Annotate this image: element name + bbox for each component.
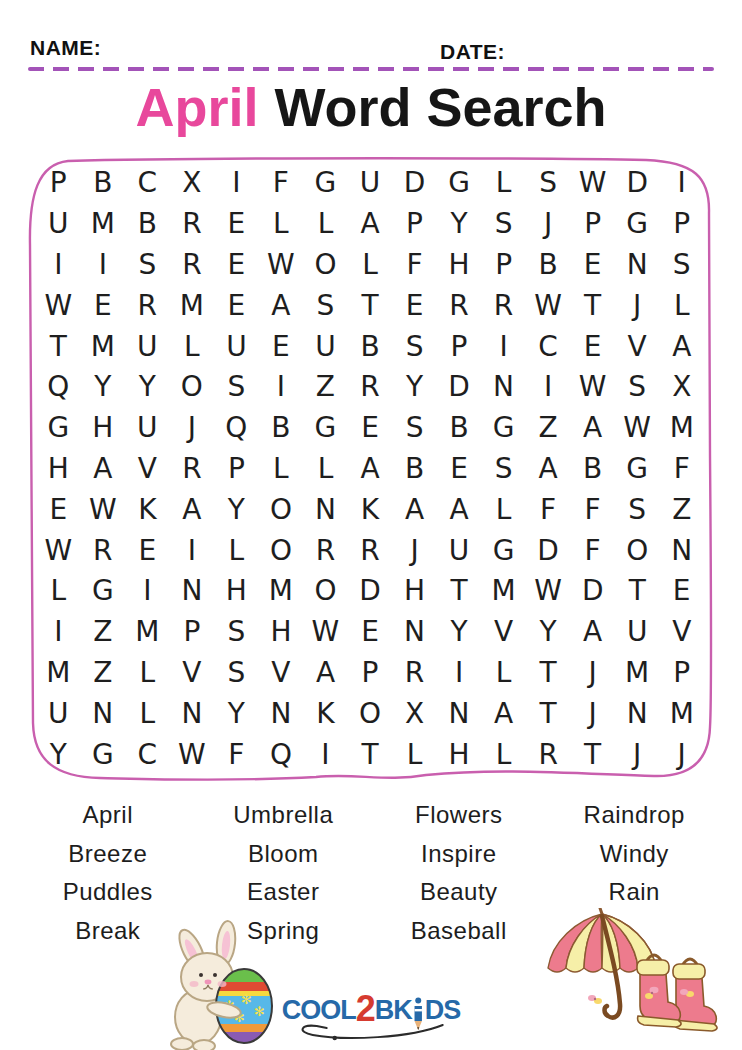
grid-cell-r12c2[interactable]: Z <box>81 612 126 653</box>
grid-cell-r9c15[interactable]: Z <box>659 489 704 530</box>
grid-cell-r4c3[interactable]: R <box>125 285 170 326</box>
grid-cell-r3c6[interactable]: W <box>259 245 304 286</box>
grid-cell-r12c11[interactable]: V <box>481 612 526 653</box>
grid-cell-r14c7[interactable]: K <box>303 693 348 734</box>
grid-cell-r9c10[interactable]: A <box>437 489 482 530</box>
grid-cell-r1c1[interactable]: P <box>36 163 81 204</box>
logo-ds: DS <box>425 997 461 1024</box>
grid-cell-r1c6[interactable]: F <box>259 163 304 204</box>
grid-cell-r12c3[interactable]: M <box>125 612 170 653</box>
grid-cell-r4c9[interactable]: E <box>392 285 437 326</box>
grid-cell-r3c7[interactable]: O <box>303 245 348 286</box>
grid-cell-r8c8[interactable]: A <box>348 449 393 490</box>
grid-cell-r2c10[interactable]: Y <box>437 204 482 245</box>
grid-cell-r2c15[interactable]: P <box>659 204 704 245</box>
grid-cell-r7c15[interactable]: M <box>659 408 704 449</box>
grid-cell-r1c7[interactable]: G <box>303 163 348 204</box>
grid-cell-r8c6[interactable]: L <box>259 449 304 490</box>
grid-cell-r8c10[interactable]: E <box>437 449 482 490</box>
brand-logo-text: COOL2BK DS <box>282 988 461 1024</box>
grid-cell-r14c4[interactable]: N <box>170 693 215 734</box>
grid-cell-r5c11[interactable]: I <box>481 326 526 367</box>
grid-cell-r6c13[interactable]: W <box>570 367 615 408</box>
grid-cell-r9c9[interactable]: A <box>392 489 437 530</box>
grid-cell-r12c7[interactable]: W <box>303 612 348 653</box>
grid-cell-r8c13[interactable]: B <box>570 449 615 490</box>
grid-cell-r6c5[interactable]: S <box>214 367 259 408</box>
grid-cell-r2c13[interactable]: P <box>570 204 615 245</box>
grid-cell-r2c14[interactable]: G <box>615 204 660 245</box>
word-easter[interactable]: Easter <box>196 873 372 912</box>
grid-cell-r10c14[interactable]: O <box>615 530 660 571</box>
grid-cell-r6c9[interactable]: Y <box>392 367 437 408</box>
word-beauty[interactable]: Beauty <box>371 873 547 912</box>
grid-cell-r6c12[interactable]: I <box>526 367 571 408</box>
grid-cell-r12c13[interactable]: A <box>570 612 615 653</box>
grid-cell-r13c10[interactable]: I <box>437 653 482 694</box>
grid-cell-r15c12[interactable]: R <box>526 734 571 775</box>
grid-cell-r1c10[interactable]: G <box>437 163 482 204</box>
grid-cell-r14c13[interactable]: J <box>570 693 615 734</box>
word-puddles[interactable]: Puddles <box>20 873 196 912</box>
grid-cell-r15c3[interactable]: C <box>125 734 170 775</box>
grid-cell-r11c8[interactable]: D <box>348 571 393 612</box>
grid-cell-r10c6[interactable]: O <box>259 530 304 571</box>
grid-cell-r5c3[interactable]: U <box>125 326 170 367</box>
grid-cell-r1c13[interactable]: W <box>570 163 615 204</box>
grid-cell-r3c12[interactable]: B <box>526 245 571 286</box>
grid-cell-r11c4[interactable]: N <box>170 571 215 612</box>
grid-cell-r6c14[interactable]: S <box>615 367 660 408</box>
grid-cell-r13c2[interactable]: Z <box>81 653 126 694</box>
grid-cell-r8c11[interactable]: S <box>481 449 526 490</box>
logo-bk: BK <box>375 997 412 1024</box>
word-search-grid: PBCXIFGUDGLSWDIUMBRELLAPYSJPGPIISREWOLFH… <box>36 163 704 775</box>
word-baseball[interactable]: Baseball <box>371 912 547 951</box>
grid-cell-r14c14[interactable]: N <box>615 693 660 734</box>
grid-cell-r4c4[interactable]: M <box>170 285 215 326</box>
dashed-separator <box>28 67 714 71</box>
easter-bunny-illustration: ✻✻ ✻✻ <box>146 920 288 1050</box>
grid-cell-r12c15[interactable]: V <box>659 612 704 653</box>
grid-cell-r3c4[interactable]: R <box>170 245 215 286</box>
grid-cell-r6c4[interactable]: O <box>170 367 215 408</box>
grid-cell-r13c1[interactable]: M <box>36 653 81 694</box>
grid-cell-r3c8[interactable]: L <box>348 245 393 286</box>
grid-cell-r5c1[interactable]: T <box>36 326 81 367</box>
grid-cell-r1c2[interactable]: B <box>81 163 126 204</box>
pencil-icon <box>413 997 424 1031</box>
grid-cell-r6c3[interactable]: Y <box>125 367 170 408</box>
grid-cell-r3c3[interactable]: S <box>125 245 170 286</box>
easter-bunny-icon: ✻✻ ✻✻ <box>146 920 288 1050</box>
grid-cell-r9c13[interactable]: F <box>570 489 615 530</box>
grid-cell-r6c11[interactable]: N <box>481 367 526 408</box>
grid-cell-r12c5[interactable]: S <box>214 612 259 653</box>
grid-cell-r1c14[interactable]: D <box>615 163 660 204</box>
grid-cell-r5c8[interactable]: B <box>348 326 393 367</box>
word-raindrop[interactable]: Raindrop <box>547 796 723 835</box>
grid-cell-r13c14[interactable]: M <box>615 653 660 694</box>
grid-cell-r12c10[interactable]: Y <box>437 612 482 653</box>
grid-cell-r13c7[interactable]: A <box>303 653 348 694</box>
grid-cell-r7c12[interactable]: Z <box>526 408 571 449</box>
grid-cell-r4c11[interactable]: R <box>481 285 526 326</box>
grid-cell-r10c3[interactable]: E <box>125 530 170 571</box>
word-umbrella[interactable]: Umbrella <box>196 796 372 835</box>
grid-cell-r14c12[interactable]: T <box>526 693 571 734</box>
grid-cell-r7c14[interactable]: W <box>615 408 660 449</box>
grid-cell-r10c9[interactable]: J <box>392 530 437 571</box>
word-inspire[interactable]: Inspire <box>371 835 547 874</box>
grid-cell-r11c15[interactable]: E <box>659 571 704 612</box>
grid-cell-r10c12[interactable]: D <box>526 530 571 571</box>
grid-cell-r10c13[interactable]: F <box>570 530 615 571</box>
grid-cell-r3c5[interactable]: E <box>214 245 259 286</box>
grid-cell-r15c1[interactable]: Y <box>36 734 81 775</box>
grid-cell-r1c8[interactable]: U <box>348 163 393 204</box>
grid-cell-r2c1[interactable]: U <box>36 204 81 245</box>
grid-cell-r7c6[interactable]: B <box>259 408 304 449</box>
grid-cell-r2c12[interactable]: J <box>526 204 571 245</box>
grid-cell-r8c2[interactable]: A <box>81 449 126 490</box>
grid-cell-r13c4[interactable]: V <box>170 653 215 694</box>
grid-cell-r14c5[interactable]: Y <box>214 693 259 734</box>
word-rain[interactable]: Rain <box>547 873 723 912</box>
grid-cell-r11c10[interactable]: T <box>437 571 482 612</box>
grid-cell-r13c6[interactable]: V <box>259 653 304 694</box>
grid-cell-r7c8[interactable]: E <box>348 408 393 449</box>
umbrella-boots-illustration <box>540 908 740 1048</box>
grid-cell-r4c8[interactable]: T <box>348 285 393 326</box>
grid-cell-r2c5[interactable]: E <box>214 204 259 245</box>
grid-cell-r12c8[interactable]: E <box>348 612 393 653</box>
word-windy[interactable]: Windy <box>547 835 723 874</box>
grid-cell-r13c11[interactable]: L <box>481 653 526 694</box>
grid-cell-r15c15[interactable]: J <box>659 734 704 775</box>
grid-cell-r10c11[interactable]: G <box>481 530 526 571</box>
grid-cell-r15c5[interactable]: F <box>214 734 259 775</box>
grid-cell-r3c9[interactable]: F <box>392 245 437 286</box>
word-bloom[interactable]: Bloom <box>196 835 372 874</box>
grid-cell-r7c7[interactable]: G <box>303 408 348 449</box>
grid-cell-r13c9[interactable]: R <box>392 653 437 694</box>
grid-cell-r15c6[interactable]: Q <box>259 734 304 775</box>
grid-cell-r14c6[interactable]: N <box>259 693 304 734</box>
grid-cell-r6c10[interactable]: D <box>437 367 482 408</box>
grid-cell-r11c7[interactable]: O <box>303 571 348 612</box>
grid-cell-r5c4[interactable]: L <box>170 326 215 367</box>
grid-cell-r7c10[interactable]: B <box>437 408 482 449</box>
grid-cell-r7c2[interactable]: H <box>81 408 126 449</box>
grid-cell-r7c3[interactable]: U <box>125 408 170 449</box>
grid-cell-r1c11[interactable]: L <box>481 163 526 204</box>
grid-cell-r11c12[interactable]: W <box>526 571 571 612</box>
grid-cell-r14c11[interactable]: A <box>481 693 526 734</box>
grid-frame: PBCXIFGUDGLSWDIUMBRELLAPYSJPGPIISREWOLFH… <box>26 155 714 783</box>
grid-cell-r4c10[interactable]: R <box>437 285 482 326</box>
grid-cell-r11c11[interactable]: M <box>481 571 526 612</box>
grid-cell-r14c9[interactable]: X <box>392 693 437 734</box>
grid-cell-r12c6[interactable]: H <box>259 612 304 653</box>
grid-cell-r15c11[interactable]: L <box>481 734 526 775</box>
grid-cell-r15c2[interactable]: G <box>81 734 126 775</box>
grid-cell-r12c12[interactable]: Y <box>526 612 571 653</box>
grid-cell-r11c13[interactable]: D <box>570 571 615 612</box>
grid-cell-r3c14[interactable]: N <box>615 245 660 286</box>
grid-cell-r11c9[interactable]: H <box>392 571 437 612</box>
grid-cell-r2c2[interactable]: M <box>81 204 126 245</box>
grid-cell-r2c8[interactable]: A <box>348 204 393 245</box>
grid-cell-r15c14[interactable]: J <box>615 734 660 775</box>
grid-cell-r4c13[interactable]: T <box>570 285 615 326</box>
umbrella-boots-icon <box>540 908 740 1048</box>
grid-cell-r14c2[interactable]: N <box>81 693 126 734</box>
title-rest: Word Search <box>274 77 606 137</box>
page-title: AprilWord Search <box>0 76 742 138</box>
grid-cell-r3c13[interactable]: E <box>570 245 615 286</box>
grid-cell-r7c11[interactable]: G <box>481 408 526 449</box>
date-label: DATE: <box>440 40 505 64</box>
grid-cell-r3c2[interactable]: I <box>81 245 126 286</box>
word-flowers[interactable]: Flowers <box>371 796 547 835</box>
grid-cell-r1c4[interactable]: X <box>170 163 215 204</box>
grid-cell-r8c15[interactable]: F <box>659 449 704 490</box>
grid-cell-r14c3[interactable]: L <box>125 693 170 734</box>
grid-cell-r7c1[interactable]: G <box>36 408 81 449</box>
grid-cell-r10c1[interactable]: W <box>36 530 81 571</box>
logo-two: 2 <box>356 991 375 1027</box>
worksheet-page: { "game": "word_search", "position": "PB… <box>0 0 742 1050</box>
grid-cell-r9c6[interactable]: O <box>259 489 304 530</box>
word-breeze[interactable]: Breeze <box>20 835 196 874</box>
grid-cell-r11c6[interactable]: M <box>259 571 304 612</box>
grid-cell-r2c9[interactable]: P <box>392 204 437 245</box>
grid-cell-r15c10[interactable]: H <box>437 734 482 775</box>
grid-cell-r14c1[interactable]: U <box>36 693 81 734</box>
grid-cell-r15c9[interactable]: L <box>392 734 437 775</box>
grid-cell-r15c4[interactable]: W <box>170 734 215 775</box>
grid-cell-r1c15[interactable]: I <box>659 163 704 204</box>
grid-cell-r15c7[interactable]: I <box>303 734 348 775</box>
grid-cell-r9c11[interactable]: L <box>481 489 526 530</box>
grid-cell-r2c3[interactable]: B <box>125 204 170 245</box>
grid-cell-r13c5[interactable]: S <box>214 653 259 694</box>
grid-cell-r11c5[interactable]: H <box>214 571 259 612</box>
grid-cell-r8c4[interactable]: R <box>170 449 215 490</box>
grid-cell-r5c10[interactable]: P <box>437 326 482 367</box>
grid-cell-r14c10[interactable]: N <box>437 693 482 734</box>
grid-cell-r4c15[interactable]: L <box>659 285 704 326</box>
grid-cell-r4c6[interactable]: A <box>259 285 304 326</box>
grid-cell-r15c13[interactable]: T <box>570 734 615 775</box>
grid-cell-r8c12[interactable]: A <box>526 449 571 490</box>
grid-cell-r10c7[interactable]: R <box>303 530 348 571</box>
grid-cell-r1c3[interactable]: C <box>125 163 170 204</box>
grid-cell-r4c5[interactable]: E <box>214 285 259 326</box>
grid-cell-r9c14[interactable]: S <box>615 489 660 530</box>
grid-cell-r6c6[interactable]: I <box>259 367 304 408</box>
grid-cell-r1c9[interactable]: D <box>392 163 437 204</box>
grid-cell-r6c1[interactable]: Q <box>36 367 81 408</box>
logo-cool: COOL <box>282 997 356 1024</box>
brand-logo: COOL2BK DS <box>282 988 461 1044</box>
grid-cell-r11c14[interactable]: T <box>615 571 660 612</box>
grid-cell-r2c6[interactable]: L <box>259 204 304 245</box>
grid-cell-r4c1[interactable]: W <box>36 285 81 326</box>
grid-cell-r3c11[interactable]: P <box>481 245 526 286</box>
grid-cell-r6c15[interactable]: X <box>659 367 704 408</box>
grid-cell-r7c5[interactable]: Q <box>214 408 259 449</box>
grid-cell-r8c14[interactable]: G <box>615 449 660 490</box>
grid-cell-r15c8[interactable]: T <box>348 734 393 775</box>
grid-cell-r5c7[interactable]: U <box>303 326 348 367</box>
word-april[interactable]: April <box>20 796 196 835</box>
grid-cell-r5c12[interactable]: C <box>526 326 571 367</box>
grid-cell-r6c2[interactable]: Y <box>81 367 126 408</box>
grid-cell-r5c2[interactable]: M <box>81 326 126 367</box>
grid-cell-r5c15[interactable]: A <box>659 326 704 367</box>
grid-cell-r3c15[interactable]: S <box>659 245 704 286</box>
grid-cell-r5c14[interactable]: V <box>615 326 660 367</box>
grid-cell-r11c3[interactable]: I <box>125 571 170 612</box>
grid-cell-r10c2[interactable]: R <box>81 530 126 571</box>
grid-cell-r14c8[interactable]: O <box>348 693 393 734</box>
grid-cell-r3c10[interactable]: H <box>437 245 482 286</box>
grid-cell-r1c5[interactable]: I <box>214 163 259 204</box>
grid-cell-r8c5[interactable]: P <box>214 449 259 490</box>
grid-cell-r8c9[interactable]: B <box>392 449 437 490</box>
grid-cell-r12c9[interactable]: N <box>392 612 437 653</box>
grid-cell-r11c1[interactable]: L <box>36 571 81 612</box>
grid-cell-r12c14[interactable]: U <box>615 612 660 653</box>
word-column-3: FlowersInspireBeautyBaseball <box>371 796 547 950</box>
svg-text:✻: ✻ <box>241 992 252 1007</box>
grid-cell-r8c3[interactable]: V <box>125 449 170 490</box>
grid-cell-r8c1[interactable]: H <box>36 449 81 490</box>
grid-cell-r13c13[interactable]: J <box>570 653 615 694</box>
grid-cell-r4c12[interactable]: W <box>526 285 571 326</box>
grid-cell-r6c7[interactable]: Z <box>303 367 348 408</box>
grid-cell-r9c8[interactable]: K <box>348 489 393 530</box>
grid-cell-r5c6[interactable]: E <box>259 326 304 367</box>
grid-cell-r10c8[interactable]: R <box>348 530 393 571</box>
grid-cell-r12c1[interactable]: I <box>36 612 81 653</box>
grid-cell-r10c4[interactable]: I <box>170 530 215 571</box>
grid-cell-r4c7[interactable]: S <box>303 285 348 326</box>
grid-cell-r14c15[interactable]: M <box>659 693 704 734</box>
grid-cell-r1c12[interactable]: S <box>526 163 571 204</box>
grid-cell-r5c5[interactable]: U <box>214 326 259 367</box>
grid-cell-r4c2[interactable]: E <box>81 285 126 326</box>
grid-cell-r5c9[interactable]: S <box>392 326 437 367</box>
grid-cell-r2c11[interactable]: S <box>481 204 526 245</box>
grid-cell-r9c7[interactable]: N <box>303 489 348 530</box>
svg-text:✻: ✻ <box>254 1004 265 1019</box>
grid-cell-r2c4[interactable]: R <box>170 204 215 245</box>
grid-cell-r3c1[interactable]: I <box>36 245 81 286</box>
grid-cell-r9c4[interactable]: A <box>170 489 215 530</box>
title-accent: April <box>135 77 258 137</box>
grid-cell-r7c9[interactable]: S <box>392 408 437 449</box>
grid-cell-r13c12[interactable]: T <box>526 653 571 694</box>
grid-cell-r12c4[interactable]: P <box>170 612 215 653</box>
grid-cell-r4c14[interactable]: J <box>615 285 660 326</box>
grid-cell-r10c10[interactable]: U <box>437 530 482 571</box>
grid-cell-r9c1[interactable]: E <box>36 489 81 530</box>
grid-cell-r13c8[interactable]: P <box>348 653 393 694</box>
grid-cell-r7c4[interactable]: J <box>170 408 215 449</box>
grid-cell-r2c7[interactable]: L <box>303 204 348 245</box>
grid-cell-r9c12[interactable]: F <box>526 489 571 530</box>
grid-cell-r10c15[interactable]: N <box>659 530 704 571</box>
grid-cell-r9c2[interactable]: W <box>81 489 126 530</box>
grid-cell-r7c13[interactable]: A <box>570 408 615 449</box>
grid-cell-r13c15[interactable]: P <box>659 653 704 694</box>
grid-cell-r9c5[interactable]: Y <box>214 489 259 530</box>
grid-cell-r13c3[interactable]: L <box>125 653 170 694</box>
grid-cell-r9c3[interactable]: K <box>125 489 170 530</box>
name-label: NAME: <box>30 36 101 60</box>
grid-cell-r10c5[interactable]: L <box>214 530 259 571</box>
grid-cell-r5c13[interactable]: E <box>570 326 615 367</box>
grid-cell-r6c8[interactable]: R <box>348 367 393 408</box>
grid-cell-r8c7[interactable]: L <box>303 449 348 490</box>
grid-cell-r11c2[interactable]: G <box>81 571 126 612</box>
